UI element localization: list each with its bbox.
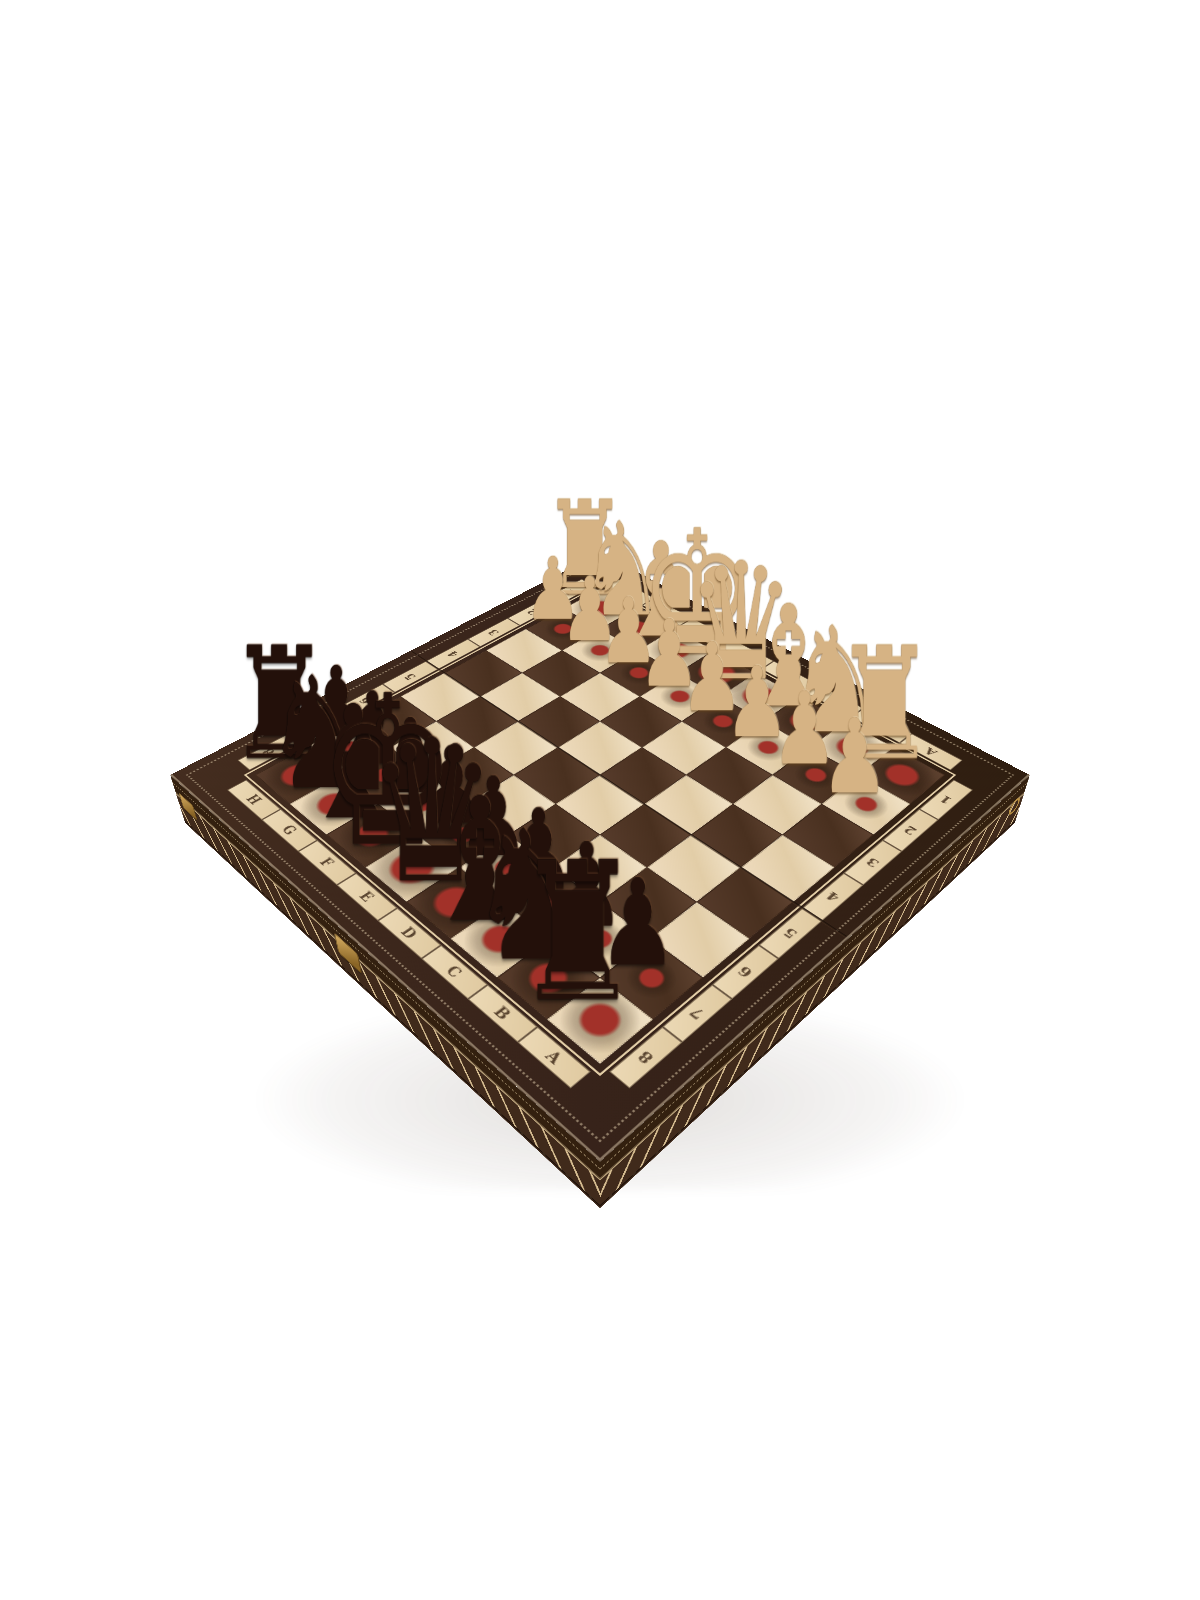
white-pawn: ♟ <box>820 705 888 808</box>
rank-label-7: 7 <box>662 984 732 1042</box>
black-rook: ♜ <box>514 836 641 1028</box>
rank-label-6: 6 <box>712 945 779 999</box>
